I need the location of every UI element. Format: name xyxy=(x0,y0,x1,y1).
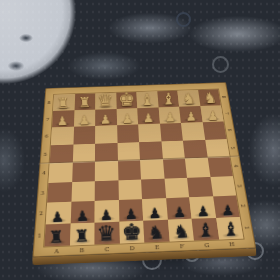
square-g6[interactable] xyxy=(181,122,205,140)
square-e4[interactable] xyxy=(140,159,164,179)
square-f2[interactable]: ♟ xyxy=(166,197,192,219)
rank-label: 6 xyxy=(41,127,52,145)
piece-white-rook[interactable]: ♜ xyxy=(78,95,91,109)
rank-label: 3 xyxy=(37,183,49,204)
square-h1[interactable]: ♝ xyxy=(216,217,244,240)
piece-black-pawn[interactable]: ♟ xyxy=(76,208,89,223)
piece-white-queen[interactable]: ♛ xyxy=(97,91,114,109)
piece-white-pawn[interactable]: ♟ xyxy=(186,110,198,123)
piece-black-pawn[interactable]: ♟ xyxy=(173,205,186,219)
square-c4[interactable] xyxy=(95,161,118,181)
square-e2[interactable]: ♟ xyxy=(142,198,167,220)
rank-label: 7 xyxy=(42,111,53,128)
piece-black-knight[interactable]: ♞ xyxy=(173,223,189,241)
square-a1[interactable]: ♜ xyxy=(44,223,70,246)
square-b5[interactable] xyxy=(72,143,95,162)
square-d5[interactable] xyxy=(117,142,140,161)
square-d3[interactable] xyxy=(118,179,142,200)
square-e8[interactable]: ♝ xyxy=(136,91,158,108)
square-a3[interactable] xyxy=(47,182,72,203)
rank-label: 5 xyxy=(40,145,51,164)
square-e7[interactable]: ♟ xyxy=(137,107,159,124)
square-e6[interactable] xyxy=(138,124,161,142)
piece-black-queen[interactable]: ♛ xyxy=(97,223,117,245)
square-c6[interactable] xyxy=(95,125,117,143)
square-f1[interactable]: ♞ xyxy=(167,218,194,241)
square-c3[interactable] xyxy=(95,180,119,201)
rank-label: 4 xyxy=(38,163,50,183)
square-b4[interactable] xyxy=(72,162,95,182)
square-b7[interactable]: ♟ xyxy=(74,109,96,126)
square-a4[interactable] xyxy=(48,162,72,182)
square-c5[interactable] xyxy=(95,143,118,162)
piece-white-pawn[interactable]: ♟ xyxy=(100,113,112,126)
square-f4[interactable] xyxy=(162,158,187,178)
chess-board: ♜♜♛♚♝♝♞♞♟♟♟♟♟♟♟♟♟♟♟♟♟♟♟♟♜♜♛♚♞♞♝♝ 8765432… xyxy=(32,82,256,257)
square-c2[interactable]: ♟ xyxy=(95,200,119,222)
square-a6[interactable] xyxy=(51,127,74,145)
square-f8[interactable]: ♝ xyxy=(157,91,179,107)
piece-black-rook[interactable]: ♜ xyxy=(74,228,90,245)
rank-label: 8 xyxy=(213,93,235,101)
square-e3[interactable] xyxy=(141,178,166,199)
square-a8[interactable]: ♜ xyxy=(53,94,75,111)
piece-black-pawn[interactable]: ♟ xyxy=(51,209,64,224)
square-b1[interactable]: ♜ xyxy=(69,222,94,245)
square-a5[interactable] xyxy=(50,144,73,163)
piece-white-bishop[interactable]: ♝ xyxy=(161,91,176,107)
carpet-swirl xyxy=(176,12,191,27)
square-h4[interactable] xyxy=(207,157,233,177)
square-a7[interactable]: ♟ xyxy=(52,110,74,127)
piece-white-pawn[interactable]: ♟ xyxy=(164,111,176,124)
square-b6[interactable] xyxy=(73,126,95,144)
square-b2[interactable]: ♟ xyxy=(70,201,94,223)
square-e5[interactable] xyxy=(139,141,162,160)
piece-white-pawn[interactable]: ♟ xyxy=(121,112,133,125)
square-c7[interactable]: ♟ xyxy=(95,109,117,126)
square-b3[interactable] xyxy=(71,181,95,202)
piece-black-pawn[interactable]: ♟ xyxy=(149,206,162,220)
rank-label: 5 xyxy=(221,143,244,152)
piece-white-pawn[interactable]: ♟ xyxy=(143,112,155,125)
piece-white-rook[interactable]: ♜ xyxy=(57,96,70,110)
square-d4[interactable] xyxy=(117,160,141,180)
square-h2[interactable]: ♟ xyxy=(213,196,240,218)
square-e1[interactable]: ♞ xyxy=(143,219,169,242)
piece-white-knight[interactable]: ♞ xyxy=(182,91,196,106)
square-g8[interactable]: ♞ xyxy=(177,90,200,106)
square-f7[interactable]: ♟ xyxy=(158,106,181,123)
board-squares: ♜♜♛♚♝♝♞♞♟♟♟♟♟♟♟♟♟♟♟♟♟♟♟♟♜♜♛♚♞♞♝♝ xyxy=(44,89,243,246)
rank-label: 1 xyxy=(33,224,46,247)
square-d7[interactable]: ♟ xyxy=(116,108,138,125)
piece-black-pawn[interactable]: ♟ xyxy=(221,203,234,217)
piece-black-rook[interactable]: ♜ xyxy=(49,229,65,246)
square-g3[interactable] xyxy=(187,177,213,198)
piece-white-pawn[interactable]: ♟ xyxy=(78,114,90,127)
rank-label: 8 xyxy=(44,95,54,111)
square-b8[interactable]: ♜ xyxy=(74,93,95,110)
square-g2[interactable]: ♟ xyxy=(189,196,215,218)
piece-black-knight[interactable]: ♞ xyxy=(148,224,164,242)
piece-black-bishop[interactable]: ♝ xyxy=(197,221,214,240)
rank-label: 7 xyxy=(216,109,238,117)
carpet-swirl xyxy=(212,56,229,73)
piece-white-pawn[interactable]: ♟ xyxy=(57,114,69,127)
square-g4[interactable] xyxy=(185,158,210,178)
square-d1[interactable]: ♚ xyxy=(119,220,144,243)
square-g1[interactable]: ♝ xyxy=(192,217,219,240)
square-c8[interactable]: ♛ xyxy=(95,93,116,110)
square-g5[interactable] xyxy=(183,139,207,158)
rank-label: 6 xyxy=(218,126,241,134)
square-g7[interactable]: ♟ xyxy=(179,106,202,123)
square-c1[interactable]: ♛ xyxy=(94,221,119,244)
square-h3[interactable] xyxy=(210,176,236,197)
square-f6[interactable] xyxy=(160,123,183,141)
piece-white-king[interactable]: ♚ xyxy=(118,89,135,108)
piece-black-bishop[interactable]: ♝ xyxy=(222,220,239,239)
piece-white-bishop[interactable]: ♝ xyxy=(140,91,155,107)
square-f3[interactable] xyxy=(164,177,189,198)
square-a2[interactable]: ♟ xyxy=(46,202,71,224)
square-d8[interactable]: ♚ xyxy=(116,92,137,109)
piece-black-pawn[interactable]: ♟ xyxy=(197,204,210,218)
piece-black-king[interactable]: ♚ xyxy=(121,220,142,243)
square-d6[interactable] xyxy=(117,124,139,142)
square-f5[interactable] xyxy=(161,140,185,159)
